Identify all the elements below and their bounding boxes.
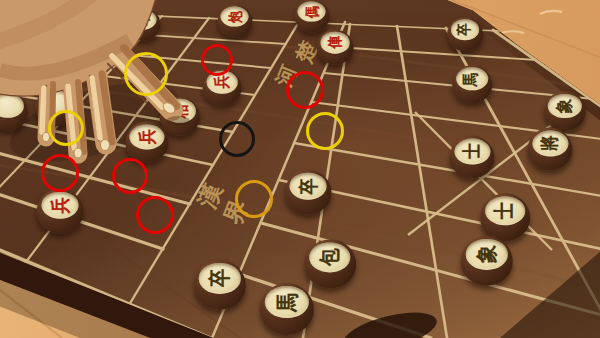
gold-circle <box>235 180 273 218</box>
black-circle <box>219 121 255 157</box>
yellow-circle <box>48 110 84 146</box>
red-circle <box>201 44 233 76</box>
annotation-rings <box>0 0 600 338</box>
red-circle <box>286 71 324 109</box>
yellow-circle <box>124 52 168 96</box>
xiangqi-scene: 楚 河 漢 界 車炮傌俥卒馬象將士士象包馬卒卒兵相兵兵 <box>0 0 600 338</box>
red-circle <box>136 196 174 234</box>
yellow-circle <box>306 112 344 150</box>
red-circle <box>41 154 79 192</box>
